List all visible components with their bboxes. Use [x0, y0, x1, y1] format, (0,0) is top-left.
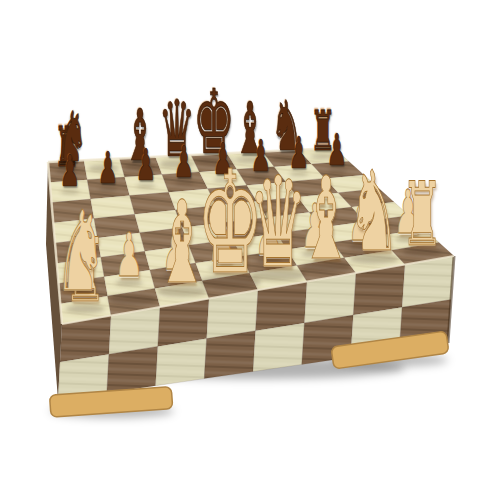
chess-set-scene: ♜♞♝♛♚♝♞♜♟♟♟♟♟♟♟♟♟♟♟♟♟♟♟♟♜♞♝♚♛♝♞♜	[0, 0, 500, 500]
front-face-square	[253, 323, 304, 372]
pawn-glyph: ♟	[136, 144, 156, 187]
front-face-square	[204, 331, 255, 379]
pawn-glyph: ♟	[98, 147, 118, 190]
rook-glyph: ♜	[402, 170, 444, 258]
pawn-glyph: ♟	[115, 226, 144, 287]
bishop-glyph: ♝	[299, 162, 353, 276]
knight-glyph: ♞	[55, 197, 107, 308]
knight-glyph: ♞	[348, 157, 400, 268]
front-face-square	[156, 339, 207, 386]
front-face-square	[107, 346, 158, 393]
